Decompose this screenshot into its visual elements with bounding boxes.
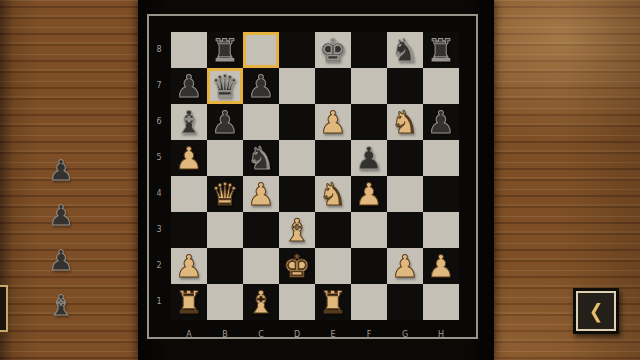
square-d5[interactable] xyxy=(279,140,315,176)
square-b7[interactable]: ♛ xyxy=(207,68,243,104)
white-pawn-piece[interactable]: ♟ xyxy=(175,140,203,176)
black-knight-piece[interactable]: ♞ xyxy=(247,140,275,176)
square-g8[interactable]: ♞ xyxy=(387,32,423,68)
square-d6[interactable] xyxy=(279,104,315,140)
white-rook-piece[interactable]: ♜ xyxy=(319,284,347,320)
back-button-frame: ❮ xyxy=(576,291,616,331)
black-pawn-piece[interactable]: ♟ xyxy=(427,104,455,140)
black-rook-piece[interactable]: ♜ xyxy=(211,32,239,68)
captured-black-pawn: ♟ xyxy=(43,238,79,283)
black-pawn-piece[interactable]: ♟ xyxy=(247,68,275,104)
square-e3[interactable] xyxy=(315,212,351,248)
white-bishop-piece[interactable]: ♝ xyxy=(247,284,275,320)
square-a7[interactable]: ♟ xyxy=(171,68,207,104)
rank-label-8: 8 xyxy=(149,32,169,68)
square-f2[interactable] xyxy=(351,248,387,284)
file-label-h: H xyxy=(423,327,459,343)
square-c3[interactable] xyxy=(243,212,279,248)
square-g5[interactable] xyxy=(387,140,423,176)
rank-labels: 87654321 xyxy=(149,32,169,320)
square-c4[interactable]: ♟ xyxy=(243,176,279,212)
square-d8[interactable] xyxy=(279,32,315,68)
black-bishop-piece[interactable]: ♝ xyxy=(175,104,203,140)
white-pawn-piece[interactable]: ♟ xyxy=(319,104,347,140)
white-queen-piece[interactable]: ♛ xyxy=(211,176,239,212)
square-h1[interactable] xyxy=(423,284,459,320)
rank-label-2: 2 xyxy=(149,248,169,284)
square-c2[interactable] xyxy=(243,248,279,284)
file-label-d: D xyxy=(279,327,315,343)
square-b8[interactable]: ♜ xyxy=(207,32,243,68)
chevron-left-icon: ❮ xyxy=(589,301,603,321)
square-e8[interactable]: ♚ xyxy=(315,32,351,68)
square-g7[interactable] xyxy=(387,68,423,104)
square-g6[interactable]: ♞ xyxy=(387,104,423,140)
square-h3[interactable] xyxy=(423,212,459,248)
square-c8[interactable] xyxy=(243,32,279,68)
rank-label-4: 4 xyxy=(149,176,169,212)
square-a3[interactable] xyxy=(171,212,207,248)
file-label-e: E xyxy=(315,327,351,343)
square-h4[interactable] xyxy=(423,176,459,212)
square-h7[interactable] xyxy=(423,68,459,104)
file-label-f: F xyxy=(351,327,387,343)
black-knight-piece[interactable]: ♞ xyxy=(391,32,419,68)
square-c6[interactable] xyxy=(243,104,279,140)
black-king-piece[interactable]: ♚ xyxy=(319,32,347,68)
white-king-piece[interactable]: ♚ xyxy=(283,248,311,284)
square-b5[interactable] xyxy=(207,140,243,176)
white-pawn-piece[interactable]: ♟ xyxy=(391,248,419,284)
white-bishop-piece[interactable]: ♝ xyxy=(283,212,311,248)
rank-label-5: 5 xyxy=(149,140,169,176)
square-g4[interactable] xyxy=(387,176,423,212)
square-b1[interactable] xyxy=(207,284,243,320)
white-rook-piece[interactable]: ♜ xyxy=(175,284,203,320)
file-labels: ABCDEFGH xyxy=(171,322,459,338)
square-e6[interactable]: ♟ xyxy=(315,104,351,140)
square-f1[interactable] xyxy=(351,284,387,320)
square-f6[interactable] xyxy=(351,104,387,140)
square-g3[interactable] xyxy=(387,212,423,248)
white-pawn-piece[interactable]: ♟ xyxy=(175,248,203,284)
white-knight-piece[interactable]: ♞ xyxy=(319,176,347,212)
square-g2[interactable]: ♟ xyxy=(387,248,423,284)
captured-pieces-tray: ♟♟♟♝ xyxy=(43,148,79,328)
square-d7[interactable] xyxy=(279,68,315,104)
rank-label-3: 3 xyxy=(149,212,169,248)
file-label-g: G xyxy=(387,327,423,343)
rank-label-6: 6 xyxy=(149,104,169,140)
square-c5[interactable]: ♞ xyxy=(243,140,279,176)
square-a2[interactable]: ♟ xyxy=(171,248,207,284)
square-g1[interactable] xyxy=(387,284,423,320)
captured-black-pawn: ♟ xyxy=(43,193,79,238)
square-h5[interactable] xyxy=(423,140,459,176)
square-a1[interactable]: ♜ xyxy=(171,284,207,320)
black-pawn-piece[interactable]: ♟ xyxy=(175,68,203,104)
square-e5[interactable] xyxy=(315,140,351,176)
square-b6[interactable]: ♟ xyxy=(207,104,243,140)
square-e7[interactable] xyxy=(315,68,351,104)
square-a5[interactable]: ♟ xyxy=(171,140,207,176)
square-d2[interactable]: ♚ xyxy=(279,248,315,284)
file-label-a: A xyxy=(171,327,207,343)
black-queen-piece[interactable]: ♛ xyxy=(211,68,239,104)
square-e1[interactable]: ♜ xyxy=(315,284,351,320)
square-a4[interactable] xyxy=(171,176,207,212)
square-d3[interactable]: ♝ xyxy=(279,212,315,248)
square-f7[interactable] xyxy=(351,68,387,104)
square-f3[interactable] xyxy=(351,212,387,248)
square-f4[interactable]: ♟ xyxy=(351,176,387,212)
square-b3[interactable] xyxy=(207,212,243,248)
white-pawn-piece[interactable]: ♟ xyxy=(247,176,275,212)
square-d4[interactable] xyxy=(279,176,315,212)
black-rook-piece[interactable]: ♜ xyxy=(427,32,455,68)
black-pawn-piece[interactable]: ♟ xyxy=(211,104,239,140)
square-b2[interactable] xyxy=(207,248,243,284)
rank-label-1: 1 xyxy=(149,284,169,320)
square-h6[interactable]: ♟ xyxy=(423,104,459,140)
square-e2[interactable] xyxy=(315,248,351,284)
white-knight-piece[interactable]: ♞ xyxy=(391,104,419,140)
left-edge-button[interactable] xyxy=(0,285,8,332)
square-a8[interactable] xyxy=(171,32,207,68)
board-grid: ♜♚♞♜♟♛♟♝♟♟♞♟♟♞♟♛♟♞♟♝♟♚♟♟♜♝♜ xyxy=(171,32,459,320)
square-c7[interactable]: ♟ xyxy=(243,68,279,104)
square-h2[interactable]: ♟ xyxy=(423,248,459,284)
square-c1[interactable]: ♝ xyxy=(243,284,279,320)
square-b4[interactable]: ♛ xyxy=(207,176,243,212)
square-f8[interactable] xyxy=(351,32,387,68)
square-a6[interactable]: ♝ xyxy=(171,104,207,140)
square-f5[interactable]: ♟ xyxy=(351,140,387,176)
file-label-b: B xyxy=(207,327,243,343)
white-pawn-piece[interactable]: ♟ xyxy=(355,176,383,212)
chess-app-screen: ♟♟♟♝ 87654321 ♜♚♞♜♟♛♟♝♟♟♞♟♟♞♟♛♟♞♟♝♟♚♟♟♜♝… xyxy=(0,0,640,360)
captured-black-bishop: ♝ xyxy=(43,283,79,328)
rank-label-7: 7 xyxy=(149,68,169,104)
back-button[interactable]: ❮ xyxy=(573,288,619,334)
file-label-c: C xyxy=(243,327,279,343)
square-d1[interactable] xyxy=(279,284,315,320)
black-pawn-piece[interactable]: ♟ xyxy=(355,140,383,176)
square-h8[interactable]: ♜ xyxy=(423,32,459,68)
white-pawn-piece[interactable]: ♟ xyxy=(427,248,455,284)
captured-black-pawn: ♟ xyxy=(43,148,79,193)
square-e4[interactable]: ♞ xyxy=(315,176,351,212)
